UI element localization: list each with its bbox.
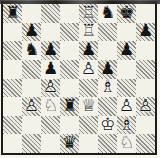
square-b3: ♙ — [22, 97, 41, 116]
square-g1: ♘ — [117, 134, 136, 153]
square-b1 — [22, 134, 41, 153]
square-g3: ♙ — [117, 97, 136, 116]
square-c7 — [41, 23, 60, 42]
square-d8 — [60, 4, 79, 23]
square-f8: ♞ — [98, 4, 117, 23]
piece-black-rook-d3: ♜ — [62, 97, 77, 114]
square-h8 — [136, 4, 155, 23]
square-f4: ♗ — [98, 79, 117, 98]
piece-black-queen-d1: ♛ — [62, 134, 77, 151]
piece-white-rook-e7: ♖ — [81, 23, 96, 40]
piece-white-queen-e3: ♕ — [81, 97, 96, 114]
square-b6: ♞ — [22, 41, 41, 60]
scanned-chess-diagram: ♜♖♞♚♟♖♟♞♟♟♟♟♙♟♙♗♙♘♜♕♙♙♔♗♛♘ — [0, 0, 160, 158]
square-e5: ♙ — [79, 60, 98, 79]
square-a6 — [3, 41, 22, 60]
square-a8: ♜ — [3, 4, 22, 23]
piece-white-pawn-b3: ♙ — [24, 97, 39, 114]
square-c1 — [41, 134, 60, 153]
square-g2: ♗ — [117, 116, 136, 135]
square-f5: ♟ — [98, 60, 117, 79]
square-h6 — [136, 41, 155, 60]
square-g7 — [117, 23, 136, 42]
square-f3 — [98, 97, 117, 116]
piece-black-pawn-h7: ♟ — [138, 23, 153, 40]
piece-white-bishop-f4: ♗ — [100, 79, 115, 96]
square-a3 — [3, 97, 22, 116]
piece-black-king-g8: ♚ — [119, 4, 134, 21]
print-smudge-top-border — [0, 0, 160, 4]
piece-black-pawn-g6: ♟ — [119, 41, 134, 58]
piece-black-rook-a8: ♜ — [5, 4, 20, 21]
piece-white-pawn-g3: ♙ — [119, 97, 134, 114]
piece-black-knight-b6: ♞ — [24, 41, 39, 58]
square-b7: ♟ — [22, 23, 41, 42]
piece-white-pawn-e5: ♙ — [81, 60, 96, 77]
square-a1 — [3, 134, 22, 153]
square-e1 — [79, 134, 98, 153]
square-f7 — [98, 23, 117, 42]
square-c8 — [41, 4, 60, 23]
square-d4 — [60, 79, 79, 98]
square-d3: ♜ — [60, 97, 79, 116]
piece-black-pawn-f5: ♟ — [100, 60, 115, 77]
square-e4 — [79, 79, 98, 98]
square-f2: ♔ — [98, 116, 117, 135]
square-e8: ♖ — [79, 4, 98, 23]
square-e2 — [79, 116, 98, 135]
square-c4: ♙ — [41, 79, 60, 98]
square-b2 — [22, 116, 41, 135]
square-a7 — [3, 23, 22, 42]
square-e3: ♕ — [79, 97, 98, 116]
piece-black-pawn-e6: ♟ — [81, 41, 96, 58]
square-a2 — [3, 116, 22, 135]
square-c2 — [41, 116, 60, 135]
square-c6: ♟ — [41, 41, 60, 60]
square-d6 — [60, 41, 79, 60]
piece-black-knight-f8: ♞ — [100, 4, 115, 21]
piece-white-king-f2: ♔ — [100, 116, 115, 133]
piece-white-rook-e8: ♖ — [81, 4, 96, 21]
square-e6: ♟ — [79, 41, 98, 60]
square-c3: ♘ — [41, 97, 60, 116]
square-h4 — [136, 79, 155, 98]
square-b5 — [22, 60, 41, 79]
square-g6: ♟ — [117, 41, 136, 60]
square-d5 — [60, 60, 79, 79]
piece-black-pawn-c5: ♟ — [43, 60, 58, 77]
piece-white-knight-g1: ♘ — [119, 134, 134, 151]
square-h7: ♟ — [136, 23, 155, 42]
square-f1 — [98, 134, 117, 153]
square-a4 — [3, 79, 22, 98]
piece-white-knight-c3: ♘ — [43, 97, 58, 114]
piece-black-pawn-c6: ♟ — [43, 41, 58, 58]
square-d1: ♛ — [60, 134, 79, 153]
piece-white-bishop-g2: ♗ — [119, 116, 134, 133]
square-b4 — [22, 79, 41, 98]
piece-black-pawn-b7: ♟ — [24, 23, 39, 40]
square-h2 — [136, 116, 155, 135]
square-f6 — [98, 41, 117, 60]
square-g8: ♚ — [117, 4, 136, 23]
square-a5 — [3, 60, 22, 79]
square-e7: ♖ — [79, 23, 98, 42]
square-d7 — [60, 23, 79, 42]
square-c5: ♟ — [41, 60, 60, 79]
square-h3: ♙ — [136, 97, 155, 116]
square-h1 — [136, 134, 155, 153]
square-h5 — [136, 60, 155, 79]
chess-board: ♜♖♞♚♟♖♟♞♟♟♟♟♙♟♙♗♙♘♜♕♙♙♔♗♛♘ — [1, 1, 157, 155]
square-g4 — [117, 79, 136, 98]
piece-white-pawn-h3: ♙ — [138, 97, 153, 114]
square-g5 — [117, 60, 136, 79]
piece-white-pawn-c4: ♙ — [43, 79, 58, 96]
square-b8 — [22, 4, 41, 23]
square-d2 — [60, 116, 79, 135]
